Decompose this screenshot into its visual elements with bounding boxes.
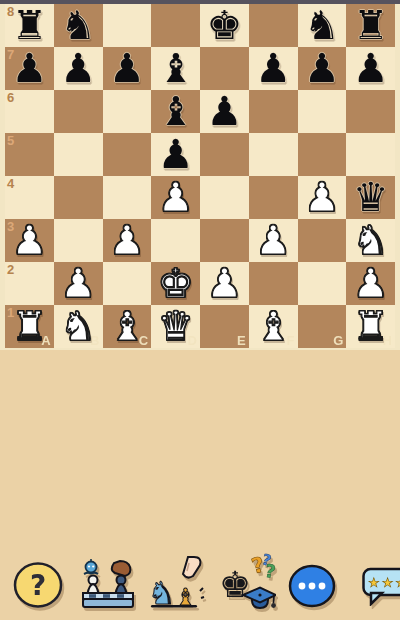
help-glyph: ? — [30, 569, 46, 602]
square-d4[interactable]: ♟ — [151, 176, 200, 219]
square-c2[interactable] — [103, 262, 152, 305]
square-d3[interactable] — [151, 219, 200, 262]
question-mark-icon: ? — [13, 562, 63, 608]
piece-white-pawn: ♟ — [353, 262, 389, 305]
piece-black-king: ♚ — [206, 4, 242, 47]
square-a4[interactable]: 4 — [5, 176, 54, 219]
square-b7[interactable]: ♟ — [54, 47, 103, 90]
square-f6[interactable] — [249, 90, 298, 133]
piece-black-bishop: ♝ — [158, 90, 194, 133]
square-a8[interactable]: 8♜ — [5, 4, 54, 47]
square-b3[interactable] — [54, 219, 103, 262]
rank-label: 5 — [7, 134, 14, 147]
square-h2[interactable]: ♟ — [346, 262, 395, 305]
square-h3[interactable]: ♞ — [346, 219, 395, 262]
square-h1[interactable]: H♜ — [346, 305, 395, 348]
square-e5[interactable] — [200, 133, 249, 176]
rank-label: 2 — [7, 263, 14, 276]
square-g6[interactable] — [298, 90, 347, 133]
square-f4[interactable] — [249, 176, 298, 219]
square-c1[interactable]: C♝ — [103, 305, 152, 348]
help-button[interactable]: ? — [13, 562, 63, 608]
hands-over-board-icon — [80, 556, 136, 612]
square-c3[interactable]: ♟ — [103, 219, 152, 262]
piece-white-rook: ♜ — [11, 305, 47, 348]
square-f7[interactable]: ♟ — [249, 47, 298, 90]
square-b2[interactable]: ♟ — [54, 262, 103, 305]
square-f5[interactable] — [249, 133, 298, 176]
square-b4[interactable] — [54, 176, 103, 219]
square-f8[interactable] — [249, 4, 298, 47]
rate-button[interactable]: ★★★ — [362, 564, 400, 606]
square-a5[interactable]: 5 — [5, 133, 54, 176]
piece-black-pawn: ♟ — [11, 47, 47, 90]
piece-black-pawn: ♟ — [158, 133, 194, 176]
piece-editor-button[interactable]: ♞ ♝ — [147, 555, 205, 611]
piece-black-pawn: ♟ — [304, 47, 340, 90]
piece-white-pawn: ♟ — [60, 262, 96, 305]
piece-white-pawn: ♟ — [11, 219, 47, 262]
piece-black-rook: ♜ — [11, 4, 47, 47]
square-g7[interactable]: ♟ — [298, 47, 347, 90]
square-d7[interactable]: ♝ — [151, 47, 200, 90]
square-d2[interactable]: ♚ — [151, 262, 200, 305]
square-b1[interactable]: B♞ — [54, 305, 103, 348]
square-a7[interactable]: 7♟ — [5, 47, 54, 90]
square-b5[interactable] — [54, 133, 103, 176]
square-d6[interactable]: ♝ — [151, 90, 200, 133]
rate-stars: ★★★ — [368, 575, 400, 590]
piece-white-pawn: ♟ — [109, 219, 145, 262]
hand-placing-piece-icon: ♞ ♝ — [147, 555, 205, 611]
piece-white-queen: ♛ — [158, 305, 194, 348]
square-c5[interactable] — [103, 133, 152, 176]
square-c7[interactable]: ♟ — [103, 47, 152, 90]
learn-button[interactable]: ♚ ? ? ? — [218, 551, 276, 611]
piece-black-knight: ♞ — [304, 4, 340, 47]
file-label: E — [237, 334, 246, 347]
square-a1[interactable]: 1A♜ — [5, 305, 54, 348]
square-f1[interactable]: F♝ — [249, 305, 298, 348]
square-e2[interactable]: ♟ — [200, 262, 249, 305]
chess-board-frame: 8♜♞♚♞♜7♟♟♟♝♟♟♟6♝♟5♟4♟♟♛3♟♟♟♞2♟♚♟♟1A♜B♞C♝… — [0, 0, 400, 350]
chess-board: 8♜♞♚♞♜7♟♟♟♝♟♟♟6♝♟5♟4♟♟♛3♟♟♟♞2♟♚♟♟1A♜B♞C♝… — [5, 4, 395, 348]
square-a2[interactable]: 2 — [5, 262, 54, 305]
square-c8[interactable] — [103, 4, 152, 47]
square-e7[interactable] — [200, 47, 249, 90]
more-options-button[interactable] — [288, 564, 336, 608]
piece-white-bishop: ♝ — [109, 305, 145, 348]
square-d1[interactable]: D♛ — [151, 305, 200, 348]
piece-black-knight: ♞ — [60, 4, 96, 47]
ellipsis-icon — [288, 564, 336, 608]
piece-black-pawn: ♟ — [109, 47, 145, 90]
square-e3[interactable] — [200, 219, 249, 262]
square-d5[interactable]: ♟ — [151, 133, 200, 176]
square-f2[interactable] — [249, 262, 298, 305]
play-vs-button[interactable] — [80, 556, 136, 612]
square-g1[interactable]: G — [298, 305, 347, 348]
square-g5[interactable] — [298, 133, 347, 176]
square-a6[interactable]: 6 — [5, 90, 54, 133]
square-h7[interactable]: ♟ — [346, 47, 395, 90]
svg-text:♚: ♚ — [219, 564, 251, 605]
square-e8[interactable]: ♚ — [200, 4, 249, 47]
square-c4[interactable] — [103, 176, 152, 219]
piece-black-queen: ♛ — [353, 176, 389, 219]
square-a3[interactable]: 3♟ — [5, 219, 54, 262]
rank-label: 4 — [7, 177, 14, 190]
piece-white-knight: ♞ — [60, 305, 96, 348]
square-h6[interactable] — [346, 90, 395, 133]
square-d8[interactable] — [151, 4, 200, 47]
piece-white-pawn: ♟ — [206, 262, 242, 305]
square-h4[interactable]: ♛ — [346, 176, 395, 219]
piece-white-bishop: ♝ — [255, 305, 291, 348]
square-c6[interactable] — [103, 90, 152, 133]
square-g3[interactable] — [298, 219, 347, 262]
king-graduation-quiz-icon: ♚ ? ? ? — [218, 551, 276, 611]
piece-white-pawn: ♟ — [255, 219, 291, 262]
piece-white-king: ♚ — [158, 262, 194, 305]
piece-black-pawn: ♟ — [206, 90, 242, 133]
piece-white-pawn: ♟ — [158, 176, 194, 219]
square-h5[interactable] — [346, 133, 395, 176]
piece-black-pawn: ♟ — [60, 47, 96, 90]
square-b8[interactable]: ♞ — [54, 4, 103, 47]
rank-label: 6 — [7, 91, 14, 104]
square-e6[interactable]: ♟ — [200, 90, 249, 133]
square-f3[interactable]: ♟ — [249, 219, 298, 262]
square-e1[interactable]: E — [200, 305, 249, 348]
square-b6[interactable] — [54, 90, 103, 133]
square-g4[interactable]: ♟ — [298, 176, 347, 219]
stars-bubble-icon: ★★★ — [362, 564, 400, 606]
piece-black-rook: ♜ — [353, 4, 389, 47]
piece-black-pawn: ♟ — [255, 47, 291, 90]
chess-app-screen: { "game": "chess", "position": { "fen": … — [0, 0, 400, 620]
square-g8[interactable]: ♞ — [298, 4, 347, 47]
piece-white-knight: ♞ — [353, 219, 389, 262]
piece-white-pawn: ♟ — [304, 176, 340, 219]
piece-white-rook: ♜ — [353, 305, 389, 348]
piece-black-pawn: ♟ — [353, 47, 389, 90]
piece-black-bishop: ♝ — [158, 47, 194, 90]
square-g2[interactable] — [298, 262, 347, 305]
square-h8[interactable]: ♜ — [346, 4, 395, 47]
file-label: G — [333, 334, 343, 347]
square-e4[interactable] — [200, 176, 249, 219]
